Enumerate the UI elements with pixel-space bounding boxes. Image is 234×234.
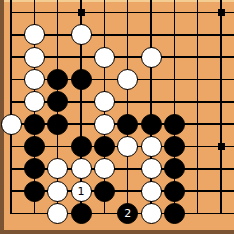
black-stone	[24, 114, 45, 135]
white-stone	[94, 158, 115, 179]
black-stone	[71, 203, 92, 224]
grid-line-h	[10, 12, 234, 14]
black-stone	[117, 114, 138, 135]
white-stone	[141, 47, 162, 68]
star-point	[218, 9, 225, 16]
black-stone	[24, 136, 45, 157]
black-stone	[164, 114, 185, 135]
black-stone	[47, 91, 68, 112]
white-stone	[24, 24, 45, 45]
white-stone	[141, 158, 162, 179]
star-point	[218, 143, 225, 150]
white-stone	[71, 158, 92, 179]
white-stone	[141, 181, 162, 202]
grid-line-v	[10, 0, 12, 214]
board-top-highlight	[0, 0, 234, 2]
black-stone	[47, 114, 68, 135]
black-stone	[164, 158, 185, 179]
grid-line-v	[197, 0, 199, 214]
white-stone	[24, 91, 45, 112]
white-stone	[1, 114, 22, 135]
black-stone	[141, 114, 162, 135]
grid-line-v	[220, 0, 222, 214]
white-stone	[24, 69, 45, 90]
black-stone	[71, 136, 92, 157]
black-stone	[24, 181, 45, 202]
white-stone	[71, 24, 92, 45]
white-stone	[24, 47, 45, 68]
white-stone	[117, 136, 138, 157]
black-stone	[164, 136, 185, 157]
go-diagram: 12	[0, 0, 234, 234]
white-stone	[141, 136, 162, 157]
black-stone: 2	[117, 203, 138, 224]
black-stone	[164, 181, 185, 202]
white-stone: 1	[71, 181, 92, 202]
board-bottom-shadow	[0, 230, 234, 234]
star-point	[78, 9, 85, 16]
grid-line-v	[127, 0, 129, 214]
white-stone	[94, 91, 115, 112]
go-board[interactable]: 12	[0, 0, 234, 234]
white-stone	[47, 181, 68, 202]
move-number-label: 1	[78, 186, 85, 197]
white-stone	[47, 203, 68, 224]
move-number-label: 2	[124, 208, 131, 219]
white-stone	[94, 47, 115, 68]
black-stone	[94, 181, 115, 202]
black-stone	[164, 203, 185, 224]
white-stone	[94, 114, 115, 135]
black-stone	[94, 136, 115, 157]
white-stone	[117, 69, 138, 90]
black-stone	[71, 69, 92, 90]
white-stone	[47, 158, 68, 179]
white-stone	[141, 203, 162, 224]
black-stone	[24, 158, 45, 179]
black-stone	[47, 69, 68, 90]
